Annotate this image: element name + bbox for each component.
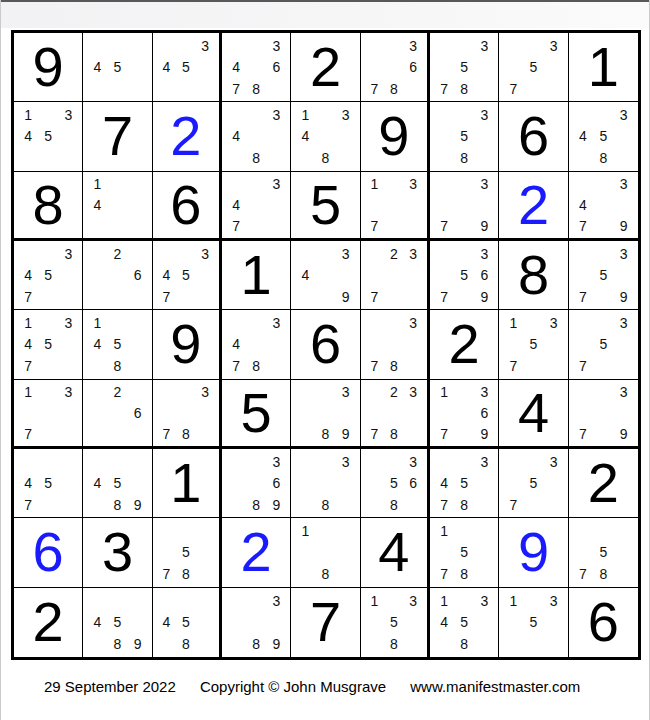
pencil-mark (503, 451, 523, 472)
cell-r7c5[interactable]: 38 (291, 449, 360, 518)
pencil-mark (593, 104, 613, 125)
pencil-mark (38, 312, 58, 333)
pencil-mark (404, 334, 423, 355)
pencil-mark (365, 312, 384, 333)
pencil-mark (454, 215, 474, 236)
pencil-mark (58, 494, 78, 515)
cell-value: 8 (518, 247, 549, 303)
pencil-mark: 3 (266, 451, 286, 472)
cell-r4c7[interactable]: 35679 (430, 241, 499, 310)
pencil-mark: 8 (107, 633, 127, 655)
pencil-mark (336, 402, 356, 423)
pencil-mark: 1 (18, 382, 38, 403)
pencil-marks: 26 (83, 241, 151, 309)
cell-r6c5[interactable]: 389 (291, 380, 360, 449)
pencil-mark: 8 (454, 78, 474, 99)
pencil-mark (226, 611, 246, 633)
pencil-mark: 8 (176, 423, 195, 444)
pencil-marks: 348 (222, 102, 290, 170)
cell-value: 9 (518, 524, 549, 580)
cell-r7c9[interactable]: 2 (569, 449, 638, 518)
pencil-mark (38, 451, 58, 472)
pencil-mark: 4 (18, 472, 38, 493)
cell-r4c2[interactable]: 26 (83, 241, 152, 310)
pencil-mark: 4 (573, 194, 593, 215)
cell-r4c5[interactable]: 349 (291, 241, 360, 310)
pencil-mark: 3 (474, 243, 494, 264)
pencil-marks: 578 (153, 518, 219, 586)
pencil-mark: 2 (107, 243, 127, 264)
cell-r4c8[interactable]: 8 (499, 241, 568, 310)
pencil-mark (226, 633, 246, 655)
cell-r4c9[interactable]: 3579 (569, 241, 638, 310)
cell-value: 7 (102, 108, 133, 164)
cell-value: 6 (33, 524, 64, 580)
pencil-mark (266, 78, 286, 99)
pencil-marks: 578 (569, 518, 638, 586)
pencil-mark: 9 (474, 215, 494, 236)
cell-r8c8[interactable]: 9 (499, 518, 568, 587)
cell-r4c4[interactable]: 1 (222, 241, 291, 310)
cell-r3c2[interactable]: 14 (83, 172, 152, 241)
cell-r9c3[interactable]: 458 (153, 588, 222, 657)
pencil-mark: 3 (474, 104, 494, 125)
pencil-mark (593, 402, 613, 423)
pencil-mark (38, 243, 58, 264)
cell-r3c9[interactable]: 3479 (569, 172, 638, 241)
cell-r3c6[interactable]: 137 (361, 172, 430, 241)
pencil-mark: 5 (176, 542, 195, 563)
cell-r9c7[interactable]: 13458 (430, 588, 499, 657)
pencil-mark (266, 355, 286, 376)
cell-value: 3 (102, 524, 133, 580)
pencil-mark (87, 264, 107, 285)
cell-value: 6 (310, 316, 341, 372)
pencil-mark: 9 (474, 286, 494, 307)
pencil-mark: 3 (336, 104, 356, 125)
cell-r6c8[interactable]: 4 (499, 380, 568, 449)
pencil-mark: 3 (404, 451, 423, 472)
pencil-marks: 38 (291, 449, 359, 517)
pencil-mark (196, 611, 215, 633)
pencil-marks: 4589 (83, 449, 151, 517)
pencil-marks: 3457 (14, 241, 82, 309)
pencil-mark: 4 (18, 334, 38, 355)
pencil-mark (128, 451, 148, 472)
pencil-mark (87, 355, 107, 376)
pencil-mark: 3 (474, 590, 494, 612)
pencil-mark: 3 (404, 174, 423, 195)
cell-r2c3[interactable]: 2 (153, 102, 222, 171)
pencil-mark (315, 542, 335, 563)
pencil-mark (226, 104, 246, 125)
pencil-mark (128, 243, 148, 264)
cell-r3c8[interactable]: 2 (499, 172, 568, 241)
pencil-mark (336, 520, 356, 541)
pencil-mark (58, 355, 78, 376)
cell-r9c4[interactable]: 389 (222, 588, 291, 657)
cell-r9c9[interactable]: 6 (569, 588, 638, 657)
cell-value: 4 (378, 524, 409, 580)
pencil-mark (544, 56, 564, 77)
pencil-mark (196, 56, 215, 77)
pencil-mark (58, 451, 78, 472)
pencil-marks: 3578 (430, 33, 498, 101)
pencil-mark (246, 611, 266, 633)
pencil-mark (593, 243, 613, 264)
pencil-mark: 3 (196, 382, 215, 403)
cell-r1c8[interactable]: 357 (499, 33, 568, 102)
pencil-mark: 8 (593, 563, 613, 584)
pencil-mark: 3 (404, 590, 423, 612)
pencil-mark: 1 (434, 590, 454, 612)
pencil-mark: 8 (315, 423, 335, 444)
pencil-mark: 3 (196, 243, 215, 264)
pencil-mark: 8 (246, 494, 266, 515)
pencil-mark (365, 472, 384, 493)
pencil-mark: 5 (176, 264, 195, 285)
pencil-mark: 5 (38, 264, 58, 285)
pencil-mark: 3 (58, 104, 78, 125)
cell-r7c7[interactable]: 34578 (430, 449, 499, 518)
pencil-mark: 5 (38, 126, 58, 147)
pencil-mark (128, 194, 148, 215)
cell-r8c1[interactable]: 6 (14, 518, 83, 587)
pencil-mark (58, 126, 78, 147)
pencil-mark: 2 (384, 243, 403, 264)
pencil-mark (614, 542, 634, 563)
cell-r8c3[interactable]: 578 (153, 518, 222, 587)
cell-r3c4[interactable]: 347 (222, 172, 291, 241)
pencil-mark: 8 (384, 78, 403, 99)
pencil-mark (434, 542, 454, 563)
cell-r5c7[interactable]: 2 (430, 310, 499, 379)
pencil-mark (474, 542, 494, 563)
cell-r2c7[interactable]: 358 (430, 102, 499, 171)
pencil-mark: 7 (18, 355, 38, 376)
cell-r5c2[interactable]: 1458 (83, 310, 152, 379)
pencil-mark (454, 174, 474, 195)
pencil-mark: 9 (266, 494, 286, 515)
cell-r1c2[interactable]: 45 (83, 33, 152, 102)
pencil-mark (87, 35, 107, 56)
pencil-mark: 4 (18, 264, 38, 285)
pencil-mark: 8 (454, 494, 474, 515)
pencil-mark (404, 494, 423, 515)
cell-value: 6 (518, 108, 549, 164)
pencil-mark: 9 (614, 423, 634, 444)
cell-r1c5[interactable]: 2 (291, 33, 360, 102)
cell-value: 5 (241, 385, 272, 441)
pencil-mark (58, 147, 78, 168)
pencil-mark: 5 (176, 611, 195, 633)
pencil-mark: 6 (404, 472, 423, 493)
pencil-mark (573, 174, 593, 195)
pencil-mark (434, 104, 454, 125)
pencil-mark (107, 590, 127, 612)
pencil-mark (295, 147, 315, 168)
pencil-mark: 4 (434, 611, 454, 633)
pencil-mark (295, 402, 315, 423)
pencil-mark: 7 (226, 215, 246, 236)
pencil-mark (107, 312, 127, 333)
cell-r1c3[interactable]: 345 (153, 33, 222, 102)
cell-r1c9[interactable]: 1 (569, 33, 638, 102)
cell-r1c6[interactable]: 3678 (361, 33, 430, 102)
cell-r8c9[interactable]: 578 (569, 518, 638, 587)
pencil-mark (404, 264, 423, 285)
pencil-mark: 5 (38, 472, 58, 493)
cell-r7c4[interactable]: 3689 (222, 449, 291, 518)
pencil-mark (315, 104, 335, 125)
pencil-mark (544, 633, 564, 655)
pencil-marks: 34678 (222, 33, 290, 101)
pencil-marks: 2378 (361, 380, 427, 446)
pencil-mark (246, 472, 266, 493)
cell-r4c6[interactable]: 237 (361, 241, 430, 310)
cell-r8c4[interactable]: 2 (222, 518, 291, 587)
pencil-mark: 6 (266, 56, 286, 77)
cell-r2c8[interactable]: 6 (499, 102, 568, 171)
pencil-mark (614, 264, 634, 285)
pencil-mark (384, 56, 403, 77)
pencil-mark (474, 563, 494, 584)
pencil-mark: 5 (523, 472, 543, 493)
pencil-mark: 4 (157, 264, 176, 285)
cell-r7c6[interactable]: 3568 (361, 449, 430, 518)
pencil-mark: 9 (474, 423, 494, 444)
cell-r9c2[interactable]: 4589 (83, 588, 152, 657)
pencil-mark: 3 (336, 451, 356, 472)
cell-r5c1[interactable]: 13457 (14, 310, 83, 379)
pencil-marks: 3478 (222, 310, 290, 378)
pencil-mark: 7 (157, 563, 176, 584)
pencil-mark (454, 104, 474, 125)
pencil-mark: 1 (503, 312, 523, 333)
pencil-mark: 8 (315, 494, 335, 515)
pencil-mark (38, 104, 58, 125)
cell-value: 2 (518, 177, 549, 233)
pencil-mark (226, 35, 246, 56)
cell-value: 2 (241, 524, 272, 580)
cell-value: 7 (310, 594, 341, 650)
cell-r1c7[interactable]: 3578 (430, 33, 499, 102)
pencil-mark (614, 334, 634, 355)
pencil-mark: 4 (87, 56, 107, 77)
cell-r8c5[interactable]: 18 (291, 518, 360, 587)
pencil-mark (454, 243, 474, 264)
cell-r5c5[interactable]: 6 (291, 310, 360, 379)
pencil-mark (573, 520, 593, 541)
pencil-mark (226, 472, 246, 493)
pencil-mark (246, 590, 266, 612)
pencil-mark: 7 (434, 494, 454, 515)
pencil-mark (107, 286, 127, 307)
pencil-mark (38, 423, 58, 444)
pencil-mark: 7 (434, 423, 454, 444)
pencil-mark (246, 312, 266, 333)
pencil-marks: 45 (83, 33, 151, 101)
cell-r6c7[interactable]: 13679 (430, 380, 499, 449)
pencil-mark (196, 590, 215, 612)
cell-r4c1[interactable]: 3457 (14, 241, 83, 310)
cell-r5c3[interactable]: 9 (153, 310, 222, 379)
cell-r5c4[interactable]: 3478 (222, 310, 291, 379)
pencil-mark (176, 382, 195, 403)
pencil-mark: 8 (246, 147, 266, 168)
pencil-mark (544, 472, 564, 493)
cell-r7c2[interactable]: 4589 (83, 449, 152, 518)
pencil-mark: 5 (38, 334, 58, 355)
cell-r9c6[interactable]: 1358 (361, 588, 430, 657)
pencil-marks: 237 (361, 241, 427, 309)
cell-r3c5[interactable]: 5 (291, 172, 360, 241)
cell-r1c4[interactable]: 34678 (222, 33, 291, 102)
pencil-mark: 6 (474, 402, 494, 423)
pencil-mark (404, 194, 423, 215)
pencil-mark: 8 (246, 355, 266, 376)
pencil-mark: 6 (128, 264, 148, 285)
pencil-mark: 5 (454, 56, 474, 77)
pencil-mark: 3 (266, 35, 286, 56)
pencil-mark: 5 (384, 611, 403, 633)
pencil-mark: 1 (87, 312, 107, 333)
cell-r6c1[interactable]: 137 (14, 380, 83, 449)
cell-r3c1[interactable]: 8 (14, 172, 83, 241)
pencil-mark: 7 (18, 286, 38, 307)
cell-r6c2[interactable]: 26 (83, 380, 152, 449)
pencil-mark: 8 (107, 494, 127, 515)
cell-r2c6[interactable]: 9 (361, 102, 430, 171)
pencil-mark (87, 494, 107, 515)
pencil-mark (614, 520, 634, 541)
pencil-marks: 13457 (14, 310, 82, 378)
pencil-mark: 4 (226, 56, 246, 77)
pencil-mark (384, 286, 403, 307)
pencil-mark (365, 334, 384, 355)
pencil-mark (128, 35, 148, 56)
cell-r8c7[interactable]: 1578 (430, 518, 499, 587)
pencil-mark (128, 382, 148, 403)
cell-r2c1[interactable]: 1345 (14, 102, 83, 171)
pencil-marks: 26 (83, 380, 151, 446)
pencil-mark (196, 542, 215, 563)
pencil-mark: 4 (226, 194, 246, 215)
pencil-mark (523, 633, 543, 655)
pencil-mark (87, 215, 107, 236)
cell-r1c1[interactable]: 9 (14, 33, 83, 102)
pencil-marks: 3678 (361, 33, 427, 101)
pencil-mark (38, 355, 58, 376)
cell-r7c8[interactable]: 357 (499, 449, 568, 518)
cell-r4c3[interactable]: 3457 (153, 241, 222, 310)
pencil-mark (384, 451, 403, 472)
pencil-mark (128, 174, 148, 195)
cell-r6c9[interactable]: 379 (569, 380, 638, 449)
cell-r6c6[interactable]: 2378 (361, 380, 430, 449)
cell-r7c3[interactable]: 1 (153, 449, 222, 518)
footer-date: 29 September 2022 (44, 678, 176, 695)
pencil-mark (157, 633, 176, 655)
pencil-mark: 9 (614, 286, 634, 307)
pencil-marks: 137 (14, 380, 82, 446)
cell-r7c1[interactable]: 457 (14, 449, 83, 518)
cell-r3c7[interactable]: 379 (430, 172, 499, 241)
cell-r2c9[interactable]: 3458 (569, 102, 638, 171)
pencil-mark: 3 (474, 174, 494, 195)
pencil-mark (107, 35, 127, 56)
pencil-mark (246, 174, 266, 195)
pencil-mark: 3 (474, 451, 494, 472)
pencil-mark: 1 (295, 520, 315, 541)
cell-r2c2[interactable]: 7 (83, 102, 152, 171)
cell-r2c4[interactable]: 348 (222, 102, 291, 171)
cell-r2c5[interactable]: 1348 (291, 102, 360, 171)
pencil-mark (454, 402, 474, 423)
cell-r3c3[interactable]: 6 (153, 172, 222, 241)
cell-r8c6[interactable]: 4 (361, 518, 430, 587)
pencil-mark: 8 (454, 147, 474, 168)
pencil-mark: 6 (128, 402, 148, 423)
pencil-marks: 1458 (83, 310, 151, 378)
pencil-mark (404, 402, 423, 423)
pencil-mark (295, 243, 315, 264)
cell-value: 1 (241, 247, 272, 303)
pencil-mark (128, 611, 148, 633)
pencil-mark: 5 (593, 126, 613, 147)
pencil-mark (365, 264, 384, 285)
pencil-mark: 9 (128, 633, 148, 655)
pencil-mark (107, 174, 127, 195)
pencil-mark (58, 334, 78, 355)
pencil-marks: 379 (430, 172, 498, 238)
pencil-mark: 5 (107, 472, 127, 493)
pencil-mark (246, 126, 266, 147)
pencil-mark: 4 (295, 264, 315, 285)
pencil-mark (196, 78, 215, 99)
cell-r5c8[interactable]: 1357 (499, 310, 568, 379)
pencil-mark (266, 194, 286, 215)
pencil-marks: 357 (499, 449, 567, 517)
pencil-mark (336, 472, 356, 493)
pencil-mark (266, 334, 286, 355)
pencil-mark: 7 (365, 423, 384, 444)
pencil-mark (593, 312, 613, 333)
pencil-marks: 18 (291, 518, 359, 586)
cell-r5c9[interactable]: 357 (569, 310, 638, 379)
cell-value: 2 (170, 108, 201, 164)
pencil-mark: 7 (365, 286, 384, 307)
pencil-mark: 6 (474, 264, 494, 285)
cell-r9c5[interactable]: 7 (291, 588, 360, 657)
pencil-mark (404, 423, 423, 444)
pencil-mark (157, 382, 176, 403)
cell-r6c4[interactable]: 5 (222, 380, 291, 449)
cell-r6c3[interactable]: 378 (153, 380, 222, 449)
cell-r9c8[interactable]: 135 (499, 588, 568, 657)
cell-r8c2[interactable]: 3 (83, 518, 152, 587)
pencil-mark: 8 (176, 563, 195, 584)
cell-r5c6[interactable]: 378 (361, 310, 430, 379)
pencil-mark (434, 56, 454, 77)
pencil-mark (87, 633, 107, 655)
pencil-mark: 3 (544, 312, 564, 333)
pencil-mark: 3 (336, 243, 356, 264)
pencil-mark (454, 35, 474, 56)
pencil-mark (503, 334, 523, 355)
cell-r9c1[interactable]: 2 (14, 588, 83, 657)
pencil-marks: 3579 (569, 241, 638, 309)
